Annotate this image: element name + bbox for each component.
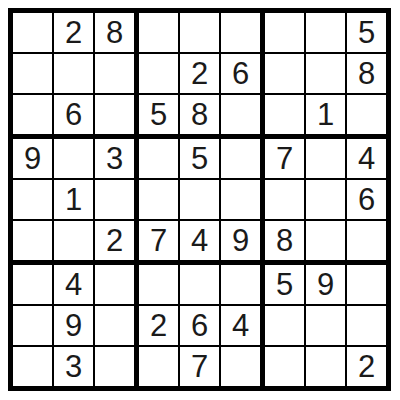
cell-r5c7[interactable] [265, 180, 306, 221]
cell-r4c7[interactable]: 7 [265, 139, 306, 180]
cell-r7c3[interactable] [95, 265, 139, 306]
cell-r7c2[interactable]: 4 [54, 265, 95, 306]
cell-r6c1[interactable] [13, 221, 54, 265]
cell-r3c3[interactable] [95, 95, 139, 139]
cell-r8c6[interactable]: 4 [221, 306, 265, 347]
cell-r3c8[interactable]: 1 [306, 95, 347, 139]
cell-r8c2[interactable]: 9 [54, 306, 95, 347]
cell-r4c2[interactable] [54, 139, 95, 180]
cell-r6c3[interactable]: 2 [95, 221, 139, 265]
cell-r9c1[interactable] [13, 347, 54, 386]
cell-r1c8[interactable] [306, 13, 347, 54]
cell-r3c2[interactable]: 6 [54, 95, 95, 139]
cell-r5c9[interactable]: 6 [347, 180, 386, 221]
cell-r1c1[interactable] [13, 13, 54, 54]
cell-r5c5[interactable] [180, 180, 221, 221]
cell-r6c5[interactable]: 4 [180, 221, 221, 265]
cell-r2c4[interactable] [139, 54, 180, 95]
cell-r2c2[interactable] [54, 54, 95, 95]
cell-r4c5[interactable]: 5 [180, 139, 221, 180]
cell-r5c6[interactable] [221, 180, 265, 221]
cell-r5c2[interactable]: 1 [54, 180, 95, 221]
cell-r8c4[interactable]: 2 [139, 306, 180, 347]
cell-r6c2[interactable] [54, 221, 95, 265]
cell-r2c5[interactable]: 2 [180, 54, 221, 95]
cell-r8c3[interactable] [95, 306, 139, 347]
cell-r2c7[interactable] [265, 54, 306, 95]
cell-r3c1[interactable] [13, 95, 54, 139]
cell-r2c9[interactable]: 8 [347, 54, 386, 95]
cell-r6c8[interactable] [306, 221, 347, 265]
cell-r2c6[interactable]: 6 [221, 54, 265, 95]
cell-r8c9[interactable] [347, 306, 386, 347]
cell-r3c5[interactable]: 8 [180, 95, 221, 139]
cell-r4c8[interactable] [306, 139, 347, 180]
cell-r1c5[interactable] [180, 13, 221, 54]
cell-r7c5[interactable] [180, 265, 221, 306]
cell-r7c9[interactable] [347, 265, 386, 306]
cell-r8c5[interactable]: 6 [180, 306, 221, 347]
cell-r7c6[interactable] [221, 265, 265, 306]
cell-r5c8[interactable] [306, 180, 347, 221]
cell-r1c4[interactable] [139, 13, 180, 54]
cell-r7c4[interactable] [139, 265, 180, 306]
cell-r7c8[interactable]: 9 [306, 265, 347, 306]
cell-r6c7[interactable]: 8 [265, 221, 306, 265]
cell-r3c9[interactable] [347, 95, 386, 139]
cell-r5c1[interactable] [13, 180, 54, 221]
cell-r1c3[interactable]: 8 [95, 13, 139, 54]
cell-r9c9[interactable]: 2 [347, 347, 386, 386]
cell-r8c8[interactable] [306, 306, 347, 347]
cell-r4c3[interactable]: 3 [95, 139, 139, 180]
cell-r8c1[interactable] [13, 306, 54, 347]
cell-r6c9[interactable] [347, 221, 386, 265]
cell-r4c9[interactable]: 4 [347, 139, 386, 180]
cell-r3c6[interactable] [221, 95, 265, 139]
cell-r9c5[interactable]: 7 [180, 347, 221, 386]
cell-r1c9[interactable]: 5 [347, 13, 386, 54]
cell-r7c7[interactable]: 5 [265, 265, 306, 306]
cell-r1c6[interactable] [221, 13, 265, 54]
cell-r1c2[interactable]: 2 [54, 13, 95, 54]
cell-r5c4[interactable] [139, 180, 180, 221]
cell-r2c3[interactable] [95, 54, 139, 95]
cell-r9c3[interactable] [95, 347, 139, 386]
cell-r7c1[interactable] [13, 265, 54, 306]
cell-r9c8[interactable] [306, 347, 347, 386]
cell-r8c7[interactable] [265, 306, 306, 347]
cell-r2c1[interactable] [13, 54, 54, 95]
cell-r4c1[interactable]: 9 [13, 139, 54, 180]
cell-r9c4[interactable] [139, 347, 180, 386]
cell-r9c2[interactable]: 3 [54, 347, 95, 386]
cell-r4c4[interactable] [139, 139, 180, 180]
cell-r1c7[interactable] [265, 13, 306, 54]
cell-r9c7[interactable] [265, 347, 306, 386]
cell-r9c6[interactable] [221, 347, 265, 386]
cell-r3c4[interactable]: 5 [139, 95, 180, 139]
sudoku-board: 28526865819357416274984599264372 [8, 8, 391, 391]
cell-r5c3[interactable] [95, 180, 139, 221]
cell-r2c8[interactable] [306, 54, 347, 95]
cell-r6c4[interactable]: 7 [139, 221, 180, 265]
cell-r6c6[interactable]: 9 [221, 221, 265, 265]
cell-r3c7[interactable] [265, 95, 306, 139]
cell-r4c6[interactable] [221, 139, 265, 180]
